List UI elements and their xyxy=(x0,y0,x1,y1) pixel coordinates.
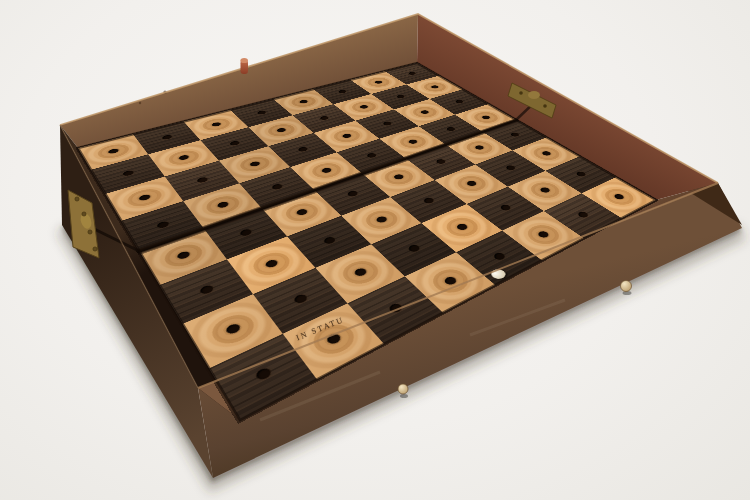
photo-background: IN STATU xyxy=(0,0,750,500)
bone-peg-right xyxy=(621,281,632,296)
box-hardware xyxy=(0,0,750,500)
front-ridge-highlight xyxy=(198,183,718,388)
left-ridge-highlight xyxy=(60,125,198,388)
red-peg xyxy=(240,58,248,74)
brass-hinge-left xyxy=(68,190,99,258)
back-ridge-highlight xyxy=(60,14,718,183)
bone-peg-front xyxy=(398,384,408,398)
